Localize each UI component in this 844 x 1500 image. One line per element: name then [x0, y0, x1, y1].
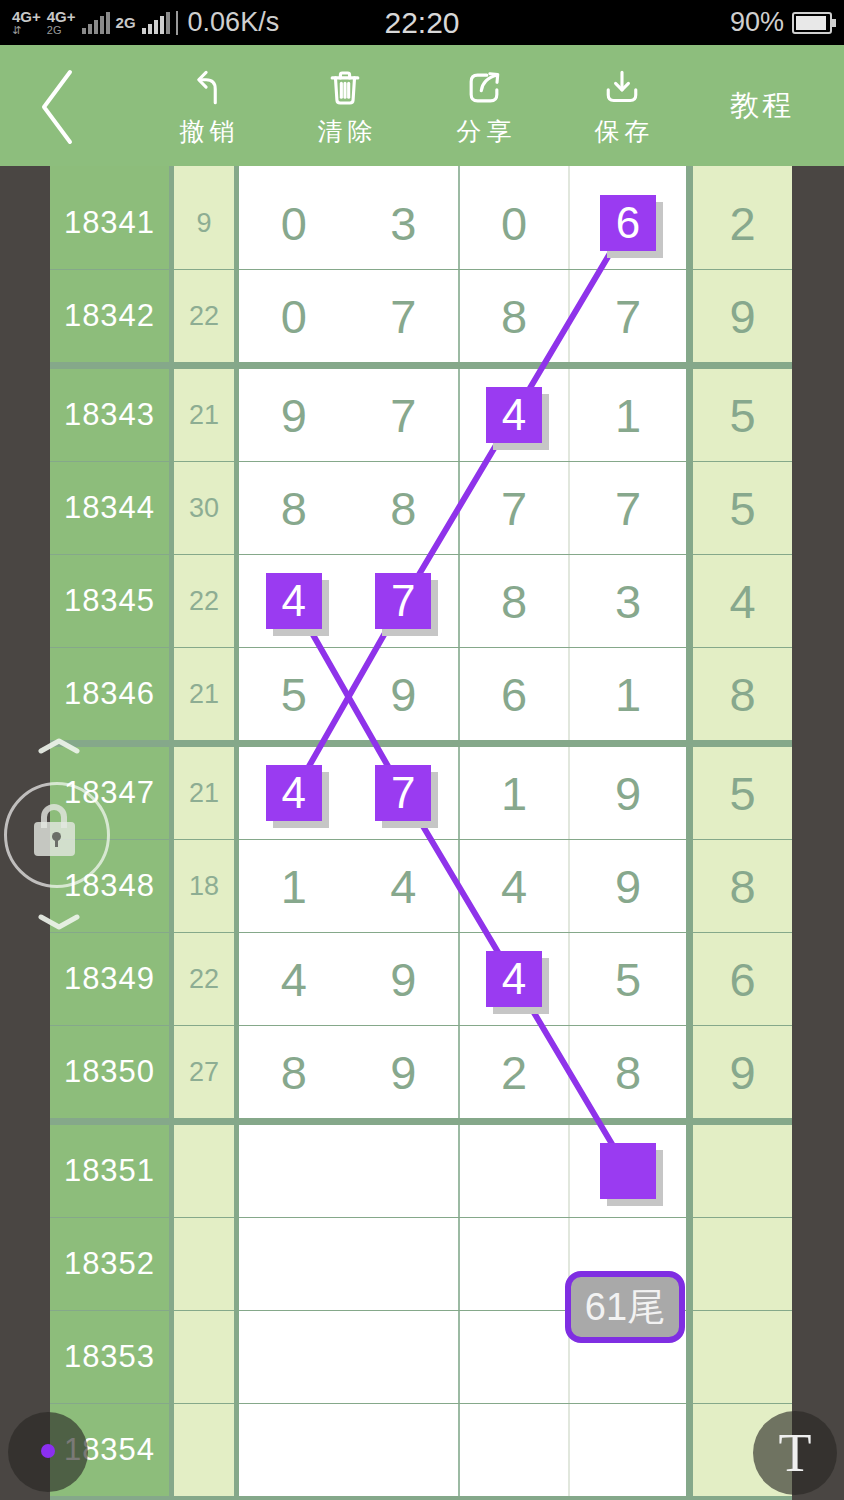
period-cell: 18353 [50, 1311, 169, 1403]
digit-cell: 1 [458, 747, 568, 839]
digit-cell: 9 [349, 952, 459, 1007]
digit-cell: 4 [239, 765, 349, 821]
digit-cell [458, 1404, 568, 1496]
digit-cell: 7 [349, 765, 459, 821]
table-row: 183492249456 [50, 933, 792, 1025]
tail-cell: 6 [693, 933, 792, 1025]
digit-cell: 8 [239, 1045, 349, 1100]
digit-cell: 8 [239, 481, 349, 536]
digit-value: 0 [501, 196, 527, 251]
clock: 22:20 [0, 0, 844, 45]
digit-value: 9 [615, 766, 641, 821]
digit-cell: 4 [458, 369, 568, 461]
app-screen: 4G+ ⇵ 4G+ 2G 2G 0.06K/s 22:20 90% [0, 0, 844, 1500]
digit-value: 4 [501, 859, 527, 914]
back-chevron-icon [36, 67, 78, 147]
clear-label: 清除 [290, 115, 400, 148]
digit-value: 5 [281, 667, 307, 722]
digit-value: 1 [615, 388, 641, 443]
highlight-square[interactable]: 4 [486, 951, 542, 1007]
digit-cell: 4 [458, 840, 568, 932]
tail-cell: 2 [693, 177, 792, 269]
digit-cells: 03 [239, 177, 458, 269]
digit-cells: 97 [239, 369, 458, 461]
tail-cell: 9 [693, 270, 792, 362]
digit-cell: 1 [568, 369, 686, 461]
table-row: 183462159618 [50, 648, 792, 740]
highlight-square[interactable]: 7 [375, 573, 431, 629]
digit-value: 8 [390, 481, 416, 536]
digit-cell: 9 [349, 667, 459, 722]
purple-dot-icon [41, 1444, 55, 1458]
digit-value: 3 [615, 574, 641, 629]
digit-cell: 9 [239, 388, 349, 443]
digit-cells: 07 [239, 270, 458, 362]
digit-cell: 7 [568, 462, 686, 554]
digit-cell [568, 1125, 686, 1217]
table-row: 183502789289 [50, 1026, 792, 1118]
digit-value: 1 [615, 667, 641, 722]
digit-cell: 1 [568, 648, 686, 740]
digit-value: 0 [281, 196, 307, 251]
digit-cell: 1 [239, 859, 349, 914]
lock-keyhole [55, 838, 58, 847]
share-button[interactable]: 分享 [429, 65, 539, 148]
table-row: 18354 [50, 1404, 792, 1496]
sum-cell [174, 1311, 234, 1403]
digit-cell: 9 [568, 747, 686, 839]
sum-cell: 22 [174, 270, 234, 362]
table-row: 183432197415 [50, 369, 792, 461]
lock-widget [0, 738, 120, 938]
digit-cell: 0 [458, 177, 568, 269]
tail-cell [693, 1311, 792, 1403]
battery-icon [792, 12, 832, 34]
highlight-square[interactable] [600, 1143, 656, 1199]
digit-cell: 6 [568, 177, 686, 269]
digit-value: 1 [281, 859, 307, 914]
digit-cells: 88 [239, 462, 458, 554]
digit-value: 9 [390, 952, 416, 1007]
digit-cell [458, 1218, 568, 1310]
digit-value: 9 [390, 1045, 416, 1100]
tail-cell: 9 [693, 1026, 792, 1118]
text-tool-button[interactable]: T [753, 1411, 837, 1495]
digit-cell: 8 [458, 555, 568, 647]
digit-cell: 5 [239, 667, 349, 722]
digit-cell: 7 [568, 270, 686, 362]
digit-value: 2 [501, 1045, 527, 1100]
digit-cells: 49 [239, 933, 458, 1025]
digit-value: 7 [501, 481, 527, 536]
digit-cell: 9 [568, 840, 686, 932]
table-row: 18341903062 [50, 177, 792, 269]
digit-cell: 8 [568, 1026, 686, 1118]
digit-cell: 6 [458, 648, 568, 740]
digit-value: 6 [501, 667, 527, 722]
digit-cell: 8 [349, 481, 459, 536]
digit-value: 8 [281, 1045, 307, 1100]
status-bar: 4G+ ⇵ 4G+ 2G 2G 0.06K/s 22:20 90% [0, 0, 844, 45]
period-cell [50, 166, 169, 177]
highlight-square[interactable]: 4 [266, 765, 322, 821]
digit-value: 9 [281, 388, 307, 443]
digit-cell [458, 166, 568, 177]
digit-value: 8 [501, 574, 527, 629]
sum-cell [174, 166, 234, 177]
tail-cell: 5 [693, 747, 792, 839]
digit-value: 5 [615, 952, 641, 1007]
period-cell: 18344 [50, 462, 169, 554]
highlight-square[interactable]: 7 [375, 765, 431, 821]
period-cell: 18341 [50, 177, 169, 269]
period-cell: 18346 [50, 648, 169, 740]
digit-cell [568, 1404, 686, 1496]
digit-value: 0 [281, 289, 307, 344]
digit-cells: 14 [239, 840, 458, 932]
highlight-square[interactable]: 6 [600, 195, 656, 251]
save-label: 保存 [567, 115, 677, 148]
digit-cell: 4 [239, 952, 349, 1007]
period-cell: 18349 [50, 933, 169, 1025]
undo-label: 撤销 [152, 115, 262, 148]
digit-value: 4 [281, 952, 307, 1007]
tail-annotation-badge[interactable]: 61尾 [565, 1271, 685, 1343]
table-row: 183452247834 [50, 555, 792, 647]
share-icon [429, 65, 539, 111]
sum-cell [174, 1218, 234, 1310]
digit-cells: 89 [239, 1026, 458, 1118]
period-cell: 18345 [50, 555, 169, 647]
digit-cells [239, 1218, 458, 1310]
tail-cell [693, 166, 792, 177]
digit-cell: 9 [349, 1045, 459, 1100]
table-row: 183481814498 [50, 840, 792, 932]
sum-cell: 30 [174, 462, 234, 554]
save-icon [567, 65, 677, 111]
period-cell: 18342 [50, 270, 169, 362]
digit-cells [239, 1311, 458, 1403]
highlight-square[interactable]: 4 [266, 573, 322, 629]
highlight-square[interactable]: 4 [486, 387, 542, 443]
period-cell: 18350 [50, 1026, 169, 1118]
period-cell: 18343 [50, 369, 169, 461]
clear-button[interactable]: 清除 [290, 65, 400, 148]
digit-cell: 7 [349, 388, 459, 443]
digit-cell: 7 [349, 289, 459, 344]
sum-cell [174, 1125, 234, 1217]
digit-cell: 8 [458, 270, 568, 362]
scroll-up-icon[interactable] [37, 738, 81, 754]
digit-value: 7 [390, 388, 416, 443]
table-row: 18351 [50, 1125, 792, 1217]
digit-cell [568, 166, 686, 177]
period-cell: 18352 [50, 1218, 169, 1310]
digit-value: 8 [281, 481, 307, 536]
digit-cell: 3 [349, 196, 459, 251]
sum-cell: 21 [174, 369, 234, 461]
digit-cells [239, 1404, 458, 1496]
tail-cell: 4 [693, 555, 792, 647]
digit-cell: 7 [349, 573, 459, 629]
digit-cell: 0 [239, 196, 349, 251]
digit-value: 3 [390, 196, 416, 251]
sum-cell: 22 [174, 933, 234, 1025]
digit-cell: 0 [239, 289, 349, 344]
digit-cell [458, 1311, 568, 1403]
undo-button[interactable]: 撤销 [152, 65, 262, 148]
digit-cells: 47 [239, 747, 458, 839]
digit-cell: 5 [568, 933, 686, 1025]
back-button[interactable] [36, 65, 96, 149]
digit-cells [239, 166, 458, 177]
sum-cell: 9 [174, 177, 234, 269]
digit-cell: 3 [568, 555, 686, 647]
tail-cell [693, 1125, 792, 1217]
table-row: 183443088775 [50, 462, 792, 554]
digit-cell: 4 [349, 859, 459, 914]
period-cell: 18351 [50, 1125, 169, 1217]
scroll-down-icon[interactable] [37, 914, 81, 930]
digit-cell [458, 1125, 568, 1217]
share-label: 分享 [429, 115, 539, 148]
battery-status: 90% [730, 0, 832, 45]
digit-value: 9 [390, 667, 416, 722]
digit-cells: 59 [239, 648, 458, 740]
digit-cell: 7 [458, 462, 568, 554]
digit-value: 8 [501, 289, 527, 344]
sum-cell: 18 [174, 840, 234, 932]
digit-value: 9 [615, 859, 641, 914]
sum-cell [174, 1404, 234, 1496]
tail-cell [693, 1218, 792, 1310]
digit-value: 4 [390, 859, 416, 914]
undo-icon [152, 65, 262, 111]
digit-cells [239, 1125, 458, 1217]
toolbar: 撤销 清除 分享 [0, 45, 844, 166]
tail-cell: 8 [693, 648, 792, 740]
table-row: 183422207879 [50, 270, 792, 362]
digit-value: 7 [615, 481, 641, 536]
tail-cell: 5 [693, 462, 792, 554]
tail-cell: 5 [693, 369, 792, 461]
sum-cell: 27 [174, 1026, 234, 1118]
battery-percent: 90% [730, 7, 784, 38]
digit-cells: 47 [239, 555, 458, 647]
trash-icon [290, 65, 400, 111]
sum-cell: 21 [174, 747, 234, 839]
table-row-partial [50, 166, 792, 177]
digit-value: 8 [615, 1045, 641, 1100]
text-tool-label: T [779, 1422, 812, 1484]
digit-cell: 4 [239, 573, 349, 629]
digit-value: 7 [615, 289, 641, 344]
sum-cell: 21 [174, 648, 234, 740]
tutorial-button[interactable]: 教程 [702, 45, 822, 166]
table-row: 183472147195 [50, 747, 792, 839]
digit-value: 7 [390, 289, 416, 344]
save-button[interactable]: 保存 [567, 65, 677, 148]
sum-cell: 22 [174, 555, 234, 647]
tail-cell: 8 [693, 840, 792, 932]
digit-cell: 2 [458, 1026, 568, 1118]
digit-cell: 4 [458, 933, 568, 1025]
digit-value: 1 [501, 766, 527, 821]
